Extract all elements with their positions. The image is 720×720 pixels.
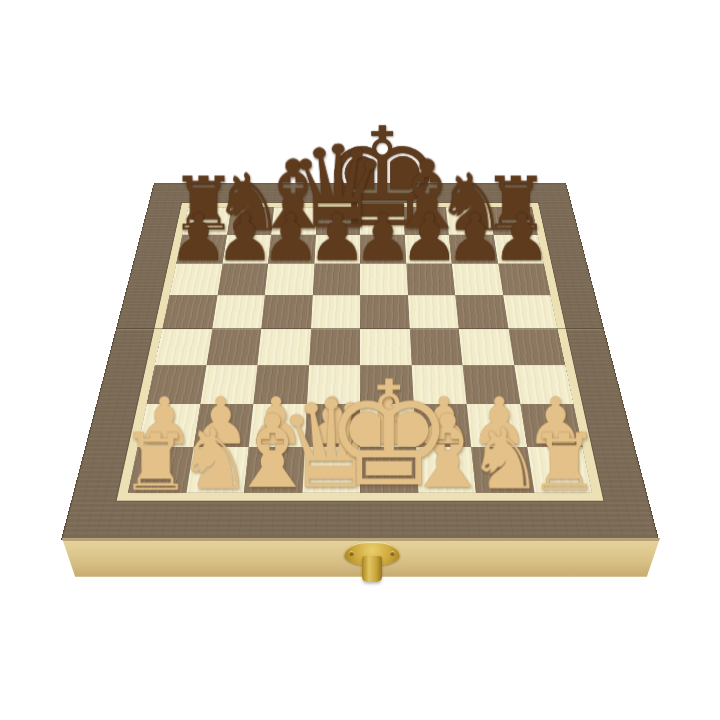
chess-set-photo: ♜♞♝♛♚♝♞♜♟♟♟♟♟♟♟♟♟♟♟♟♟♟♟♟♜♞♝♛♚♝♞♜ [0,0,720,720]
square-c4[interactable] [257,329,310,365]
square-f5[interactable] [408,295,459,329]
square-e6[interactable] [360,264,408,295]
square-a4[interactable] [155,329,212,365]
square-e5[interactable] [360,295,409,329]
square-g7[interactable]: ♟ [449,235,498,264]
square-h4[interactable] [508,329,565,365]
square-c5[interactable] [261,295,312,329]
square-g4[interactable] [459,329,514,365]
square-e1[interactable]: ♚ [360,447,418,493]
brass-clasp[interactable] [344,542,400,582]
square-d5[interactable] [311,295,360,329]
clasp-screw-right [390,551,395,556]
square-b6[interactable] [217,264,268,295]
square-d6[interactable] [312,264,360,295]
square-h5[interactable] [503,295,558,329]
square-b4[interactable] [206,329,261,365]
hinge-fold-line [117,328,604,329]
square-c6[interactable] [265,264,314,295]
square-h7[interactable]: ♟ [493,235,544,264]
square-h6[interactable] [498,264,551,295]
board-grid: ♜♞♝♛♚♝♞♜♟♟♟♟♟♟♟♟♟♟♟♟♟♟♟♟♜♞♝♛♚♝♞♜ [128,207,592,492]
square-g5[interactable] [455,295,508,329]
piece-white-rook[interactable]: ♜ [121,429,192,496]
piece-white-bishop[interactable]: ♝ [227,410,318,496]
clasp-tongue [362,556,382,582]
piece-black-pawn[interactable]: ♟ [492,210,551,266]
square-h1[interactable]: ♜ [527,447,592,493]
piece-white-rook[interactable]: ♜ [529,429,600,496]
square-c1[interactable]: ♝ [244,447,304,493]
maple-border-frame: ♜♞♝♛♚♝♞♜♟♟♟♟♟♟♟♟♟♟♟♟♟♟♟♟♜♞♝♛♚♝♞♜ [117,203,604,501]
square-a5[interactable] [163,295,218,329]
square-f6[interactable] [406,264,455,295]
piece-white-king[interactable]: ♚ [324,373,454,496]
square-g6[interactable] [452,264,503,295]
square-a1[interactable]: ♜ [128,447,193,493]
square-a6[interactable] [170,264,223,295]
chess-board: ♜♞♝♛♚♝♞♜♟♟♟♟♟♟♟♟♟♟♟♟♟♟♟♟♜♞♝♛♚♝♞♜ [61,183,659,540]
square-b5[interactable] [212,295,265,329]
clasp-screw-left [349,551,354,556]
